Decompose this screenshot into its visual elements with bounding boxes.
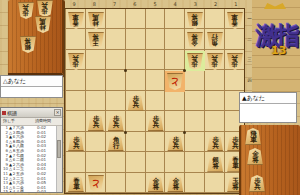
file-label: 7	[104, 0, 124, 8]
file-coordinates: 987654321	[64, 0, 246, 8]
shogi-piece-歩兵[interactable]: 歩兵	[108, 114, 124, 131]
shogi-piece-銀将[interactable]: 銀将	[187, 12, 203, 29]
sente-komadai[interactable]: 飛車金将歩兵	[239, 125, 300, 195]
shogi-piece-飛車[interactable]: 飛車	[245, 128, 261, 145]
shogi-piece-角行[interactable]: 角行	[207, 32, 223, 49]
hoshi-dot	[124, 69, 127, 72]
shogi-piece-桂馬[interactable]: 桂馬	[35, 16, 51, 33]
gote-komadai[interactable]: 歩兵歩兵桂馬銀将	[8, 0, 65, 77]
kifu-scrollbar[interactable]	[56, 126, 62, 192]
kifu-cell-m: ▲４八銀	[8, 190, 37, 192]
file-label: 2	[206, 0, 226, 8]
app-logo-edition: 13	[271, 44, 286, 57]
kifu-titlebar[interactable]: 棋譜 ×	[1, 108, 62, 118]
shogi-piece-歩兵[interactable]: 歩兵	[249, 175, 265, 192]
file-label: 6	[125, 0, 145, 8]
file-label: 9	[64, 0, 84, 8]
shogi-piece-歩兵[interactable]: 歩兵	[18, 2, 34, 19]
kifu-window-title: 棋譜	[7, 110, 54, 116]
kifu-scrollbar-thumb[interactable]	[57, 140, 61, 158]
hoshi-dot	[183, 131, 186, 134]
gote-player-label: △あなた	[1, 76, 62, 87]
shogi-piece-歩兵[interactable]: 歩兵	[148, 114, 164, 131]
kifu-header-time: 消費時間	[35, 118, 62, 125]
hoshi-dot	[183, 69, 186, 72]
shogi-piece-金将[interactable]: 金将	[148, 175, 164, 192]
hoshi-dot	[124, 131, 127, 134]
shogi-piece-桂馬[interactable]: 桂馬	[88, 12, 104, 29]
shogi-piece-香車[interactable]: 香車	[68, 12, 84, 29]
shogi-piece-歩兵[interactable]: 歩兵	[207, 134, 223, 151]
shogi-piece-歩兵[interactable]: 歩兵	[128, 94, 144, 111]
sente-player-panel: ▲あなた	[239, 92, 297, 123]
file-label: 8	[84, 0, 104, 8]
shogi-piece-歩兵[interactable]: 歩兵	[88, 114, 104, 131]
kifu-row[interactable]: 15▲４八銀0:03	[1, 190, 62, 192]
file-label: 4	[165, 0, 185, 8]
shogi-piece-銀将[interactable]: 銀将	[20, 36, 36, 53]
shogi-piece-王将[interactable]: 王将	[88, 32, 104, 49]
shogi-piece-金将[interactable]: 金将	[167, 175, 183, 192]
shogi-piece-歩兵[interactable]: 歩兵	[167, 134, 183, 151]
file-label: 3	[185, 0, 205, 8]
kifu-cell-n: 15	[1, 190, 8, 192]
shogi-piece-歩兵[interactable]: 歩兵	[68, 134, 84, 151]
kifu-window[interactable]: 棋譜 × 指し手 消費時間 1▲７六歩0:022△３四歩0:013▲６六歩0:0…	[0, 107, 63, 193]
kifu-header-move: 指し手	[1, 118, 35, 125]
close-icon[interactable]: ×	[54, 109, 61, 116]
shogi-piece-歩兵[interactable]: 歩兵	[68, 53, 84, 70]
sente-player-label: ▲あなた	[240, 93, 296, 104]
shogi-piece-香車[interactable]: 香車	[227, 12, 243, 29]
kifu-move-list[interactable]: 1▲７六歩0:022△３四歩0:013▲６六歩0:024△８四歩0:015▲６八…	[1, 126, 62, 192]
shogi-piece-金将[interactable]: 金将	[247, 148, 263, 165]
shogi-app-window: 歩兵歩兵桂馬銀将 △あなた 棋譜 × 指し手 消費時間 1▲７六歩0:022△３…	[0, 0, 300, 195]
gote-player-panel: △あなた	[0, 75, 63, 98]
shogi-piece-香車[interactable]: 香車	[68, 175, 84, 192]
shogi-piece-歩兵[interactable]: 歩兵	[227, 53, 243, 70]
file-label: 5	[145, 0, 165, 8]
shogi-piece-と[interactable]: と	[88, 175, 104, 192]
kifu-window-icon	[2, 111, 6, 115]
shogi-piece-歩兵[interactable]: 歩兵	[207, 53, 223, 70]
crown-icon	[264, 3, 286, 9]
kifu-header-row: 指し手 消費時間	[1, 118, 62, 126]
shogi-board[interactable]: 香車桂馬銀将香車王将金将角行歩兵歩兵歩兵歩兵とと歩兵歩兵歩兵歩兵歩兵角行歩兵歩兵…	[64, 8, 245, 194]
shogi-piece-歩兵[interactable]: 歩兵	[37, 0, 53, 17]
shogi-piece-金将[interactable]: 金将	[187, 32, 203, 49]
shogi-piece-銀将[interactable]: 銀将	[207, 155, 223, 172]
logo-panel: 激指 13	[252, 0, 300, 92]
file-label: 1	[226, 0, 246, 8]
shogi-piece-角行[interactable]: 角行	[108, 134, 124, 151]
